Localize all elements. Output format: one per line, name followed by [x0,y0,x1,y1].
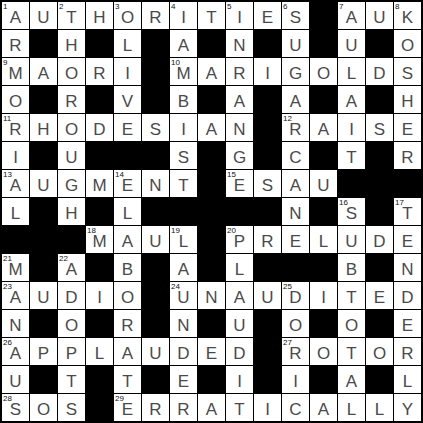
letter-cell-r5c14[interactable]: S [366,114,393,141]
letter-cell-r3c11[interactable]: G [282,58,309,85]
letter-cell-r15c12[interactable]: A [310,394,337,421]
cell-letter: O [317,345,330,362]
cell-letter: A [10,177,21,194]
letter-cell-r7c4[interactable]: M [86,170,113,197]
letter-cell-r10c9[interactable]: L [226,254,253,281]
letter-cell-r13c12[interactable]: O [310,338,337,365]
letter-cell-r2c9[interactable]: N [226,30,253,57]
letter-cell-r3c3[interactable]: O [58,58,85,85]
cell-letter: S [374,121,385,138]
cell-letter: D [401,289,413,306]
letter-cell-r15c3[interactable]: S [58,394,85,421]
letter-cell-r15c1[interactable]: 28S [2,394,29,421]
letter-cell-r14c1[interactable]: U [2,366,29,393]
letter-cell-r9c14[interactable]: D [366,226,393,253]
letter-cell-r14c11[interactable]: I [282,366,309,393]
letter-cell-r8c11[interactable]: N [282,198,309,225]
cell-letter: O [65,65,78,82]
clue-number: 12 [283,114,292,123]
cell-letter: E [402,317,413,334]
letter-cell-r11c14[interactable]: E [366,282,393,309]
letter-cell-r1c7[interactable]: 4I [170,2,197,29]
letter-cell-r7c1[interactable]: 13A [2,170,29,197]
letter-cell-r9c6[interactable]: U [142,226,169,253]
cell-letter: R [93,65,105,82]
letter-cell-r10c3[interactable]: 22A [58,254,85,281]
letter-cell-r5c12[interactable]: A [310,114,337,141]
black-cell [86,366,113,393]
letter-cell-r10c15[interactable]: N [394,254,421,281]
clue-number: 23 [3,282,12,291]
clue-number: 17 [395,198,404,207]
letter-cell-r2c11[interactable]: U [282,30,309,57]
letter-cell-r11c3[interactable]: D [58,282,85,309]
clue-number: 7 [339,2,343,11]
letter-cell-r9c15[interactable]: E [394,226,421,253]
cell-letter: N [149,177,161,194]
black-cell [30,142,57,169]
clue-number: 22 [59,254,68,263]
letter-cell-r12c3[interactable]: O [58,310,85,337]
letter-cell-r2c3[interactable]: H [58,30,85,57]
letter-cell-r2c7[interactable]: A [170,30,197,57]
letter-cell-r12c7[interactable]: N [170,310,197,337]
cell-letter: P [66,345,77,362]
cell-letter: D [373,65,385,82]
black-cell [366,310,393,337]
letter-cell-r9c11[interactable]: E [282,226,309,253]
letter-cell-r7c6[interactable]: N [142,170,169,197]
cell-letter: V [122,93,133,110]
letter-cell-r1c2[interactable]: U [30,2,57,29]
cell-letter: S [262,177,273,194]
letter-cell-r4c11[interactable]: A [282,86,309,113]
letter-cell-r9c10[interactable]: R [254,226,281,253]
letter-cell-r13c1[interactable]: 26A [2,338,29,365]
letter-cell-r3c8[interactable]: A [198,58,225,85]
letter-cell-r13c8[interactable]: E [198,338,225,365]
cell-letter: T [178,177,188,194]
letter-cell-r15c13[interactable]: L [338,394,365,421]
letter-cell-r15c6[interactable]: R [142,394,169,421]
letter-cell-r10c13[interactable]: B [338,254,365,281]
letter-cell-r4c9[interactable]: A [226,86,253,113]
black-cell [198,198,225,225]
black-cell [86,394,113,421]
letter-cell-r15c7[interactable]: R [170,394,197,421]
letter-cell-r11c12[interactable]: I [310,282,337,309]
letter-cell-r6c7[interactable]: S [170,142,197,169]
cell-letter: U [373,9,385,26]
letter-cell-r11c9[interactable]: A [226,282,253,309]
cell-letter: T [402,205,412,222]
black-cell [30,86,57,113]
letter-cell-r13c4[interactable]: L [86,338,113,365]
letter-cell-r3c5[interactable]: I [114,58,141,85]
letter-cell-r7c9[interactable]: 15E [226,170,253,197]
letter-cell-r2c15[interactable]: O [394,30,421,57]
black-cell [198,170,225,197]
cell-letter: L [11,205,20,222]
cell-letter: M [176,65,190,82]
clue-number: 16 [339,198,348,207]
letter-cell-r4c3[interactable]: R [58,86,85,113]
letter-cell-r11c8[interactable]: N [198,282,225,309]
letter-cell-r5c7[interactable]: I [170,114,197,141]
cell-letter: R [261,233,273,250]
black-cell [198,30,225,57]
letter-cell-r6c3[interactable]: U [58,142,85,169]
cell-letter: I [237,9,242,26]
cell-letter: U [149,345,161,362]
cell-letter: O [289,317,302,334]
letter-cell-r10c7[interactable]: A [170,254,197,281]
letter-cell-r13c3[interactable]: P [58,338,85,365]
letter-cell-r3c15[interactable]: S [394,58,421,85]
letter-cell-r1c6[interactable]: R [142,2,169,29]
letter-cell-r11c10[interactable]: U [254,282,281,309]
letter-cell-r12c11[interactable]: O [282,310,309,337]
cell-letter: U [233,317,245,334]
clue-number: 10 [171,58,180,67]
clue-number: 21 [3,254,12,263]
letter-cell-r5c5[interactable]: E [114,114,141,141]
letter-cell-r11c1[interactable]: 23A [2,282,29,309]
cell-letter: T [346,149,356,166]
black-cell [30,366,57,393]
letter-cell-r13c15[interactable]: R [394,338,421,365]
letter-cell-r11c15[interactable]: D [394,282,421,309]
letter-cell-r6c15[interactable]: R [394,142,421,169]
letter-cell-r7c3[interactable]: G [58,170,85,197]
letter-cell-r11c4[interactable]: I [86,282,113,309]
letter-cell-r11c7[interactable]: 24U [170,282,197,309]
letter-cell-r6c1[interactable]: I [2,142,29,169]
letter-cell-r9c9[interactable]: 20P [226,226,253,253]
black-cell [366,198,393,225]
letter-cell-r5c15[interactable]: E [394,114,421,141]
cell-letter: S [150,121,161,138]
letter-cell-r5c6[interactable]: S [142,114,169,141]
letter-cell-r3c7[interactable]: 10M [170,58,197,85]
cell-letter: T [346,345,356,362]
black-cell [366,142,393,169]
letter-cell-r4c7[interactable]: B [170,86,197,113]
cell-letter: N [233,121,245,138]
letter-cell-r3c10[interactable]: I [254,58,281,85]
cell-letter: U [317,177,329,194]
letter-cell-r3c4[interactable]: R [86,58,113,85]
clue-number: 18 [87,226,96,235]
letter-cell-r7c12[interactable]: U [310,170,337,197]
letter-cell-r13c7[interactable]: D [170,338,197,365]
cell-letter: B [178,93,189,110]
letter-cell-r1c3[interactable]: 2T [58,2,85,29]
cell-letter: L [95,345,104,362]
black-cell [198,254,225,281]
cell-letter: U [289,37,301,54]
cell-letter: R [65,93,77,110]
letter-cell-r4c1[interactable]: O [2,86,29,113]
cell-letter: A [290,177,301,194]
letter-cell-r9c4[interactable]: 18M [86,226,113,253]
cell-letter: A [346,9,357,26]
black-cell [282,254,309,281]
black-cell [310,366,337,393]
cell-letter: M [92,233,106,250]
cell-letter: A [318,121,329,138]
black-cell [86,86,113,113]
letter-cell-r1c14[interactable]: U [366,2,393,29]
letter-cell-r2c5[interactable]: L [114,30,141,57]
black-cell [310,254,337,281]
cell-letter: O [121,289,134,306]
letter-cell-r15c14[interactable]: L [366,394,393,421]
cell-letter: L [403,373,412,390]
black-cell [86,254,113,281]
letter-cell-r6c13[interactable]: T [338,142,365,169]
cell-letter: N [177,317,189,334]
letter-cell-r1c1[interactable]: 1A [2,2,29,29]
black-cell [254,254,281,281]
cell-letter: U [37,9,49,26]
letter-cell-r6c11[interactable]: C [282,142,309,169]
black-cell [310,86,337,113]
black-cell [254,310,281,337]
cell-letter: U [345,37,357,54]
clue-number: 13 [3,170,12,179]
black-cell [58,226,85,253]
letter-cell-r7c10[interactable]: S [254,170,281,197]
cell-letter: L [375,401,384,418]
cell-letter: A [290,93,301,110]
letter-cell-r12c9[interactable]: U [226,310,253,337]
letter-cell-r12c5[interactable]: R [114,310,141,337]
clue-number: 19 [171,226,180,235]
cell-letter: O [65,317,78,334]
letter-cell-r7c7[interactable]: T [170,170,197,197]
cell-letter: H [65,205,77,222]
letter-cell-r12c13[interactable]: O [338,310,365,337]
clue-number: 14 [115,170,124,179]
cell-letter: H [401,93,413,110]
letter-cell-r5c4[interactable]: D [86,114,113,141]
black-cell [30,198,57,225]
letter-cell-r15c10[interactable]: I [254,394,281,421]
black-cell [310,30,337,57]
cell-letter: H [65,37,77,54]
letter-cell-r1c10[interactable]: E [254,2,281,29]
black-cell [254,366,281,393]
letter-cell-r1c9[interactable]: 5I [226,2,253,29]
cell-letter: E [122,177,133,194]
letter-cell-r8c3[interactable]: H [58,198,85,225]
letter-cell-r14c13[interactable]: A [338,366,365,393]
letter-cell-r7c2[interactable]: U [30,170,57,197]
cell-letter: I [237,373,242,390]
cell-letter: P [234,233,245,250]
black-cell [198,142,225,169]
letter-cell-r4c13[interactable]: A [338,86,365,113]
letter-cell-r9c13[interactable]: U [338,226,365,253]
letter-cell-r13c13[interactable]: T [338,338,365,365]
letter-cell-r15c2[interactable]: O [30,394,57,421]
letter-cell-r7c11[interactable]: A [282,170,309,197]
cell-letter: O [345,317,358,334]
letter-cell-r3c13[interactable]: L [338,58,365,85]
cell-letter: N [205,289,217,306]
cell-letter: C [289,401,301,418]
cell-letter: R [149,401,161,418]
cell-letter: D [233,345,245,362]
letter-cell-r9c5[interactable]: A [114,226,141,253]
letter-cell-r5c11[interactable]: 12R [282,114,309,141]
letter-cell-r7c5[interactable]: 14E [114,170,141,197]
letter-cell-r14c7[interactable]: E [170,366,197,393]
cell-letter: T [66,373,76,390]
black-cell [310,142,337,169]
letter-cell-r15c8[interactable]: A [198,394,225,421]
cell-letter: O [65,121,78,138]
clue-number: 24 [171,282,180,291]
letter-cell-r12c1[interactable]: N [2,310,29,337]
cell-letter: N [9,317,21,334]
cell-letter: S [402,65,413,82]
letter-cell-r12c15[interactable]: E [394,310,421,337]
cell-letter: U [9,373,21,390]
letter-cell-r3c2[interactable]: A [30,58,57,85]
letter-cell-r5c3[interactable]: O [58,114,85,141]
black-cell [394,170,421,197]
letter-cell-r13c9[interactable]: D [226,338,253,365]
letter-cell-r15c5[interactable]: 29E [114,394,141,421]
black-cell [30,226,57,253]
cell-letter: N [401,261,413,278]
cell-letter: R [9,37,21,54]
letter-cell-r3c9[interactable]: R [226,58,253,85]
cell-letter: A [10,289,21,306]
letter-cell-r14c3[interactable]: T [58,366,85,393]
cell-letter: L [179,233,188,250]
cell-letter: O [373,345,386,362]
letter-cell-r13c2[interactable]: P [30,338,57,365]
letter-cell-r9c12[interactable]: L [310,226,337,253]
letter-cell-r4c15[interactable]: H [394,86,421,113]
cell-letter: S [346,205,357,222]
letter-cell-r11c5[interactable]: O [114,282,141,309]
black-cell [198,310,225,337]
letter-cell-r2c1[interactable]: R [2,30,29,57]
cell-letter: A [122,345,133,362]
clue-number: 27 [283,338,292,347]
clue-number: 2 [59,2,63,11]
letter-cell-r8c15[interactable]: 17T [394,198,421,225]
cell-letter: S [10,401,21,418]
letter-cell-r5c8[interactable]: A [198,114,225,141]
letter-cell-r1c4[interactable]: H [86,2,113,29]
letter-cell-r5c13[interactable]: I [338,114,365,141]
letter-cell-r13c11[interactable]: 27R [282,338,309,365]
cell-letter: D [177,345,189,362]
cell-letter: O [121,9,134,26]
cell-letter: L [347,401,356,418]
crossword-grid: 1AU2TH3OR4IT5IE6S7AU8KRHLANUUO9MAORI10MA… [0,0,423,423]
letter-cell-r2c13[interactable]: U [338,30,365,57]
letter-cell-r9c7[interactable]: 19L [170,226,197,253]
letter-cell-r8c13[interactable]: 16S [338,198,365,225]
cell-letter: T [122,373,132,390]
letter-cell-r8c1[interactable]: L [2,198,29,225]
cell-letter: L [123,37,132,54]
cell-letter: G [65,177,78,194]
cell-letter: A [346,93,357,110]
black-cell [254,30,281,57]
letter-cell-r1c8[interactable]: T [198,2,225,29]
letter-cell-r11c11[interactable]: 25D [282,282,309,309]
letter-cell-r5c1[interactable]: 11R [2,114,29,141]
cell-letter: S [66,401,77,418]
letter-cell-r15c9[interactable]: T [226,394,253,421]
letter-cell-r8c5[interactable]: L [114,198,141,225]
black-cell [254,198,281,225]
cell-letter: E [122,121,133,138]
cell-letter: E [402,121,413,138]
letter-cell-r14c15[interactable]: L [394,366,421,393]
cell-letter: R [121,317,133,334]
letter-cell-r1c11[interactable]: 6S [282,2,309,29]
cell-letter: E [374,289,385,306]
letter-cell-r3c14[interactable]: D [366,58,393,85]
letter-cell-r15c15[interactable]: Y [394,394,421,421]
cell-letter: I [125,65,130,82]
letter-cell-r10c1[interactable]: 21M [2,254,29,281]
clue-number: 20 [227,226,236,235]
letter-cell-r13c14[interactable]: O [366,338,393,365]
black-cell [170,198,197,225]
cell-letter: I [293,373,298,390]
letter-cell-r5c2[interactable]: H [30,114,57,141]
letter-cell-r11c2[interactable]: U [30,282,57,309]
letter-cell-r13c6[interactable]: U [142,338,169,365]
letter-cell-r3c12[interactable]: O [310,58,337,85]
letter-cell-r6c9[interactable]: G [226,142,253,169]
letter-cell-r13c5[interactable]: A [114,338,141,365]
cell-letter: S [290,9,301,26]
letter-cell-r4c5[interactable]: V [114,86,141,113]
letter-cell-r14c9[interactable]: I [226,366,253,393]
letter-cell-r10c5[interactable]: B [114,254,141,281]
letter-cell-r14c5[interactable]: T [114,366,141,393]
clue-number: 25 [283,282,292,291]
cell-letter: E [234,177,245,194]
letter-cell-r3c1[interactable]: 9M [2,58,29,85]
cell-letter: I [321,289,326,306]
cell-letter: T [234,401,244,418]
letter-cell-r5c9[interactable]: N [226,114,253,141]
cell-letter: A [178,261,189,278]
letter-cell-r15c11[interactable]: C [282,394,309,421]
letter-cell-r11c13[interactable]: T [338,282,365,309]
cell-letter: T [66,9,76,26]
letter-cell-r1c13[interactable]: 7A [338,2,365,29]
cell-letter: C [289,149,301,166]
cell-letter: E [122,401,133,418]
cell-letter: K [402,9,413,26]
cell-letter: E [206,345,217,362]
letter-cell-r1c15[interactable]: 8K [394,2,421,29]
letter-cell-r1c5[interactable]: 3O [114,2,141,29]
cell-letter: S [178,149,189,166]
